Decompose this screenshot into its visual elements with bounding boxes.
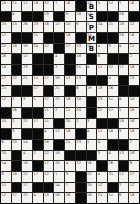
code-number: 11 bbox=[44, 119, 49, 123]
cell-r2c10 bbox=[97, 12, 107, 22]
cell-r1c1[interactable]: 25 bbox=[1, 1, 11, 11]
code-number: 3 bbox=[66, 172, 68, 176]
cell-r6c10[interactable]: 8 bbox=[97, 54, 107, 64]
cell-r17c6[interactable]: 1 bbox=[54, 172, 64, 182]
cell-r8c7[interactable]: 12 bbox=[65, 76, 75, 86]
code-number: 18 bbox=[130, 193, 135, 197]
code-number: 16 bbox=[87, 161, 92, 165]
cell-r17c10[interactable]: 4 bbox=[97, 172, 107, 182]
cell-r14c7[interactable]: 21 bbox=[65, 140, 75, 150]
given-letter: M bbox=[87, 36, 97, 43]
cell-r15c11[interactable]: 4 bbox=[108, 151, 118, 161]
cell-r6c12 bbox=[119, 54, 129, 64]
cell-r4c10 bbox=[97, 33, 107, 43]
cell-r18c1[interactable]: 11 bbox=[1, 183, 11, 193]
cell-r18c7[interactable]: 7 bbox=[65, 183, 75, 193]
cell-r15c12[interactable]: 13 bbox=[119, 151, 129, 161]
code-number: 19 bbox=[55, 76, 60, 80]
code-number: 17 bbox=[2, 33, 7, 37]
cell-r14c6 bbox=[54, 140, 64, 150]
cell-r4c6 bbox=[54, 33, 64, 43]
cell-r12c8[interactable]: 2 bbox=[76, 119, 86, 129]
cell-r12c9[interactable]: 3 bbox=[87, 119, 97, 129]
cell-r19c12[interactable]: 6 bbox=[119, 193, 129, 203]
cell-r19c5[interactable]: 13 bbox=[44, 193, 54, 203]
cell-r16c8[interactable]: 22 bbox=[76, 161, 86, 171]
cell-r19c2[interactable]: 17 bbox=[12, 193, 22, 203]
cell-r13c1 bbox=[1, 129, 11, 139]
cell-r13c10[interactable]: 11 bbox=[97, 129, 107, 139]
code-number: 12 bbox=[55, 22, 60, 26]
cell-r13c11[interactable]: 18 bbox=[108, 129, 118, 139]
cell-r18c12[interactable]: 2 bbox=[119, 183, 129, 193]
cell-r12c13[interactable]: 16 bbox=[129, 119, 139, 129]
cell-r2c1 bbox=[1, 12, 11, 22]
cell-r7c1[interactable]: 10 bbox=[1, 65, 11, 75]
cell-r18c13[interactable]: 12 bbox=[129, 183, 139, 193]
code-number: 17 bbox=[34, 172, 39, 176]
cell-r1c5[interactable]: 22 bbox=[44, 1, 54, 11]
cell-r4c1[interactable]: 17 bbox=[1, 33, 11, 43]
code-number: 26 bbox=[108, 161, 113, 165]
code-number: 4 bbox=[12, 12, 14, 16]
cell-r3c4[interactable]: 23 bbox=[33, 22, 43, 32]
code-number: 26 bbox=[12, 108, 17, 112]
code-number: 1 bbox=[87, 140, 89, 144]
cell-r14c5[interactable]: 18 bbox=[44, 140, 54, 150]
cell-r11c8[interactable]: 20 bbox=[76, 108, 86, 118]
cell-r1c7[interactable]: 16 bbox=[65, 1, 75, 11]
cell-r4c8 bbox=[76, 33, 86, 43]
cell-r9c11[interactable]: 26 bbox=[108, 86, 118, 96]
cell-r1c6[interactable]: 7 bbox=[54, 1, 64, 11]
cell-r8c1[interactable]: 17 bbox=[1, 76, 11, 86]
cell-r9c6[interactable]: 21 bbox=[54, 86, 64, 96]
code-number: 12 bbox=[130, 183, 135, 187]
cell-r8c11[interactable]: 4 bbox=[108, 76, 118, 86]
cell-r11c1 bbox=[1, 108, 11, 118]
code-number: 17 bbox=[108, 108, 113, 112]
cell-r15c1[interactable]: 20 bbox=[1, 151, 11, 161]
code-number: 17 bbox=[44, 161, 49, 165]
cell-r16c3[interactable]: 18 bbox=[22, 161, 32, 171]
code-number: 18 bbox=[76, 54, 81, 58]
code-number: 2 bbox=[119, 183, 121, 187]
cell-r4c4[interactable]: 21 bbox=[33, 33, 43, 43]
cell-r5c1[interactable]: 22 bbox=[1, 44, 11, 54]
cell-r14c3[interactable]: 14 bbox=[22, 140, 32, 150]
cell-r5c8[interactable]: 13 bbox=[76, 44, 86, 54]
code-number: 11 bbox=[130, 44, 135, 48]
cell-r12c12[interactable]: 18 bbox=[119, 119, 129, 129]
cell-r16c12 bbox=[119, 161, 129, 171]
code-number: 1 bbox=[34, 97, 36, 101]
given-letter: S bbox=[87, 14, 97, 21]
cell-r19c6[interactable]: 18 bbox=[54, 193, 64, 203]
cell-r17c4[interactable]: 17 bbox=[33, 172, 43, 182]
cell-r1c4[interactable]: 18 bbox=[33, 1, 43, 11]
code-number: 21 bbox=[108, 22, 113, 26]
cell-r15c13[interactable]: 18 bbox=[129, 151, 139, 161]
cell-r11c11[interactable]: 17 bbox=[108, 108, 118, 118]
code-number: 18 bbox=[119, 22, 124, 26]
cell-r5c2[interactable]: 18 bbox=[12, 44, 22, 54]
cell-r18c9[interactable]: 20 bbox=[87, 183, 97, 193]
cell-r1c9[interactable]: 10B bbox=[87, 1, 97, 11]
code-number: 13 bbox=[76, 76, 81, 80]
cell-r3c3[interactable]: 26 bbox=[22, 22, 32, 32]
code-number: 4 bbox=[44, 129, 46, 133]
cell-r5c11[interactable]: 3 bbox=[108, 44, 118, 54]
cell-r10c11[interactable]: 11 bbox=[108, 97, 118, 107]
cell-r11c13[interactable]: 18 bbox=[129, 108, 139, 118]
cell-r5c9[interactable]: 10B bbox=[87, 44, 97, 54]
cell-r10c10[interactable]: 23 bbox=[97, 97, 107, 107]
cell-r8c5[interactable]: 17 bbox=[44, 76, 54, 86]
code-number: 21 bbox=[55, 86, 60, 90]
cell-r13c13[interactable]: 18 bbox=[129, 129, 139, 139]
cell-r13c9[interactable]: 4 bbox=[87, 129, 97, 139]
cell-r13c3 bbox=[22, 129, 32, 139]
cell-r17c9[interactable]: 22 bbox=[87, 172, 97, 182]
cell-r10c4[interactable]: 1 bbox=[33, 97, 43, 107]
code-number: 18 bbox=[12, 44, 17, 48]
cell-r3c12[interactable]: 18 bbox=[119, 22, 129, 32]
cell-r19c3[interactable]: 22 bbox=[22, 193, 32, 203]
cell-r10c8[interactable]: 20 bbox=[76, 97, 86, 107]
cell-r7c13[interactable]: 18 bbox=[129, 65, 139, 75]
code-number: 4 bbox=[87, 65, 89, 69]
cell-r10c12[interactable]: 4 bbox=[119, 97, 129, 107]
cell-r7c8[interactable]: 21 bbox=[76, 65, 86, 75]
cell-r3c8[interactable]: 9 bbox=[76, 22, 86, 32]
code-number: 4 bbox=[108, 151, 110, 155]
cell-r7c9[interactable]: 4 bbox=[87, 65, 97, 75]
cell-r4c7[interactable]: 18 bbox=[65, 33, 75, 43]
cell-r13c5[interactable]: 4 bbox=[44, 129, 54, 139]
code-number: 22 bbox=[2, 44, 7, 48]
cell-r8c6[interactable]: 19 bbox=[54, 76, 64, 86]
cell-r14c2[interactable]: 20 bbox=[12, 140, 22, 150]
cell-r10c13[interactable]: 10 bbox=[129, 97, 139, 107]
cell-r14c11 bbox=[108, 140, 118, 150]
code-number: 12 bbox=[23, 54, 28, 58]
code-number: 18 bbox=[66, 97, 71, 101]
cell-r8c4[interactable]: 11 bbox=[33, 76, 43, 86]
code-number: 13 bbox=[119, 151, 124, 155]
cell-r4c11 bbox=[108, 33, 118, 43]
cell-r1c11[interactable]: 12 bbox=[108, 1, 118, 11]
cell-r1c3[interactable]: 12 bbox=[22, 1, 32, 11]
code-number: 4 bbox=[98, 172, 100, 176]
code-number: 9 bbox=[66, 12, 68, 16]
code-number: 23 bbox=[44, 12, 49, 16]
cell-r13c6[interactable]: 12 bbox=[54, 129, 64, 139]
cell-r13c12[interactable]: 3 bbox=[119, 129, 129, 139]
cell-r2c7[interactable]: 9 bbox=[65, 12, 75, 22]
code-number: 21 bbox=[66, 140, 71, 144]
code-number: 4 bbox=[55, 54, 57, 58]
code-number: 15 bbox=[2, 119, 7, 123]
cell-r6c6[interactable]: 4 bbox=[54, 54, 64, 64]
cell-r19c1[interactable]: 12 bbox=[1, 193, 11, 203]
cell-r3c10[interactable]: 24 bbox=[97, 22, 107, 32]
code-number: 18 bbox=[44, 140, 49, 144]
code-number: 4 bbox=[66, 161, 68, 165]
cell-r14c9[interactable]: 1 bbox=[87, 140, 97, 150]
code-number: 3 bbox=[98, 151, 100, 155]
cell-r16c1[interactable]: 14 bbox=[1, 161, 11, 171]
cell-r4c12[interactable]: 26 bbox=[119, 33, 129, 43]
cell-r3c7[interactable]: 10 bbox=[65, 22, 75, 32]
cell-r17c3[interactable]: 22 bbox=[22, 172, 32, 182]
cell-r13c8 bbox=[76, 129, 86, 139]
code-number: 26 bbox=[66, 193, 71, 197]
cell-r2c2[interactable]: 4 bbox=[12, 12, 22, 22]
code-number: 17 bbox=[12, 193, 17, 197]
code-number: 2 bbox=[55, 108, 57, 112]
cell-r16c9[interactable]: 16 bbox=[87, 161, 97, 171]
cell-r5c4[interactable]: 24 bbox=[33, 44, 43, 54]
code-number: 19 bbox=[87, 86, 92, 90]
code-number: 11 bbox=[34, 76, 39, 80]
code-number: 6 bbox=[2, 140, 4, 144]
code-number: 16 bbox=[44, 22, 49, 26]
cell-r7c12[interactable]: 17 bbox=[119, 65, 129, 75]
cell-r11c7[interactable]: 11 bbox=[65, 108, 75, 118]
cell-r9c10[interactable]: 18 bbox=[97, 86, 107, 96]
code-number: 11 bbox=[2, 183, 7, 187]
cell-r3c9[interactable]: 1P bbox=[87, 22, 97, 32]
code-number: 3 bbox=[108, 44, 110, 48]
code-number: 12 bbox=[130, 22, 135, 26]
cell-r3c5[interactable]: 16 bbox=[44, 22, 54, 32]
code-number: 4 bbox=[98, 44, 100, 48]
cell-r14c8[interactable]: 23 bbox=[76, 140, 86, 150]
cell-r8c13[interactable]: 23 bbox=[129, 76, 139, 86]
cell-r9c1[interactable]: 21 bbox=[1, 86, 11, 96]
cell-r3c6[interactable]: 12 bbox=[54, 22, 64, 32]
cell-r3c1[interactable]: 25 bbox=[1, 22, 11, 32]
cell-r17c1[interactable]: 8 bbox=[1, 172, 11, 182]
code-number: 12 bbox=[44, 44, 49, 48]
code-number: 18 bbox=[66, 129, 71, 133]
cell-r12c4[interactable]: 17 bbox=[33, 119, 43, 129]
cell-r9c9[interactable]: 19 bbox=[87, 86, 97, 96]
code-number: 11 bbox=[66, 108, 71, 112]
cell-r16c11[interactable]: 26 bbox=[108, 161, 118, 171]
cell-r5c7[interactable]: 17 bbox=[65, 44, 75, 54]
cell-r12c1[interactable]: 15 bbox=[1, 119, 11, 129]
cell-r1c13[interactable]: 16 bbox=[129, 1, 139, 11]
cell-r11c5[interactable]: 21 bbox=[44, 108, 54, 118]
cell-r16c7[interactable]: 4 bbox=[65, 161, 75, 171]
code-number: 18 bbox=[130, 65, 135, 69]
cell-r11c12[interactable]: 1 bbox=[119, 108, 129, 118]
code-number: 12 bbox=[44, 172, 49, 176]
code-number: 22 bbox=[76, 161, 81, 165]
cell-r9c4[interactable]: 17 bbox=[33, 86, 43, 96]
cell-r18c3[interactable]: 17 bbox=[22, 183, 32, 193]
cell-r19c13[interactable]: 18 bbox=[129, 193, 139, 203]
cell-r1c10[interactable]: 5 bbox=[97, 1, 107, 11]
cell-r15c2 bbox=[12, 151, 22, 161]
cell-r2c5[interactable]: 23 bbox=[44, 12, 54, 22]
cell-r8c9 bbox=[87, 76, 97, 86]
cell-r19c10[interactable]: 21 bbox=[97, 193, 107, 203]
cell-r15c10[interactable]: 3 bbox=[97, 151, 107, 161]
cell-r5c13[interactable]: 11 bbox=[129, 44, 139, 54]
code-number: 16 bbox=[130, 119, 135, 123]
cell-r19c11[interactable]: 11 bbox=[108, 193, 118, 203]
cell-r2c8[interactable]: 18 bbox=[76, 12, 86, 22]
cell-r7c6[interactable]: 2 bbox=[54, 65, 64, 75]
cell-r10c7[interactable]: 18 bbox=[65, 97, 75, 107]
code-number: 26 bbox=[2, 54, 7, 58]
cell-r2c12[interactable]: 26 bbox=[119, 12, 129, 22]
code-number: 11 bbox=[108, 97, 113, 101]
cell-r12c3[interactable]: 22 bbox=[22, 119, 32, 129]
code-number: 26 bbox=[119, 33, 124, 37]
code-number: 22 bbox=[44, 151, 49, 155]
code-number: 15 bbox=[12, 22, 17, 26]
cell-r14c10[interactable]: 4 bbox=[97, 140, 107, 150]
cell-r1c12[interactable]: 7 bbox=[119, 1, 129, 11]
cell-r1c2[interactable]: 21 bbox=[12, 1, 22, 11]
cell-r4c13[interactable]: 16 bbox=[129, 33, 139, 43]
cell-r7c7 bbox=[65, 65, 75, 75]
code-number: 8 bbox=[98, 54, 100, 58]
code-number: 12 bbox=[108, 1, 113, 5]
cell-r5c10[interactable]: 4 bbox=[97, 44, 107, 54]
code-number: 2 bbox=[76, 119, 78, 123]
cell-r15c9 bbox=[87, 151, 97, 161]
cell-r16c13[interactable]: 8 bbox=[129, 161, 139, 171]
cell-r9c13 bbox=[129, 86, 139, 96]
cell-r17c12[interactable]: 12 bbox=[119, 172, 129, 182]
cell-r13c7[interactable]: 18 bbox=[65, 129, 75, 139]
cell-r6c8[interactable]: 18 bbox=[76, 54, 86, 64]
cell-r7c11[interactable]: 22 bbox=[108, 65, 118, 75]
code-number: 9 bbox=[76, 22, 78, 26]
cell-r19c7[interactable]: 26 bbox=[65, 193, 75, 203]
cell-r10c2[interactable]: 2 bbox=[12, 97, 22, 107]
code-number: 2 bbox=[130, 140, 132, 144]
code-number: 4 bbox=[119, 97, 121, 101]
cell-r16c6[interactable]: 20 bbox=[54, 161, 64, 171]
cell-r4c9[interactable]: 24M bbox=[87, 33, 97, 43]
code-number: 7 bbox=[119, 1, 121, 5]
code-number: 2 bbox=[12, 119, 14, 123]
cell-r17c2[interactable]: 18 bbox=[12, 172, 22, 182]
cell-r17c7[interactable]: 3 bbox=[65, 172, 75, 182]
cell-r11c3 bbox=[22, 108, 32, 118]
code-number: 14 bbox=[2, 161, 7, 165]
cell-r9c3 bbox=[22, 86, 32, 96]
cell-r5c12[interactable]: 4 bbox=[119, 44, 129, 54]
cell-r6c1[interactable]: 26 bbox=[1, 54, 11, 64]
code-number: 4 bbox=[23, 151, 25, 155]
cell-r15c3[interactable]: 4 bbox=[22, 151, 32, 161]
code-number: 26 bbox=[108, 86, 113, 90]
cell-r11c2[interactable]: 26 bbox=[12, 108, 22, 118]
code-number: 4 bbox=[34, 193, 36, 197]
cell-r8c3[interactable]: 21 bbox=[22, 76, 32, 86]
cell-r3c2[interactable]: 15 bbox=[12, 22, 22, 32]
code-number: 18 bbox=[87, 193, 92, 197]
cell-r1c8 bbox=[76, 1, 86, 11]
cell-r3c11[interactable]: 21 bbox=[108, 22, 118, 32]
cell-r10c5[interactable]: 17 bbox=[44, 97, 54, 107]
cell-r12c5[interactable]: 11 bbox=[44, 119, 54, 129]
code-number: 18 bbox=[130, 108, 135, 112]
cell-r10c9 bbox=[87, 97, 97, 107]
code-number: 12 bbox=[23, 1, 28, 5]
cell-r9c2 bbox=[12, 86, 22, 96]
cell-r14c1[interactable]: 6 bbox=[1, 140, 11, 150]
cell-r15c4[interactable]: 2 bbox=[33, 151, 43, 161]
cell-r13c2[interactable]: 3 bbox=[12, 129, 22, 139]
cell-r5c5[interactable]: 12 bbox=[44, 44, 54, 54]
code-number: 6 bbox=[76, 86, 78, 90]
cell-r2c9[interactable]: 11S bbox=[87, 12, 97, 22]
code-number: 17 bbox=[34, 86, 39, 90]
cell-r8c8[interactable]: 13 bbox=[76, 76, 86, 86]
cell-r10c1[interactable]: 12 bbox=[1, 97, 11, 107]
cell-r17c8 bbox=[76, 172, 86, 182]
cell-r11c6[interactable]: 2 bbox=[54, 108, 64, 118]
code-number: 2 bbox=[34, 151, 36, 155]
code-number: 21 bbox=[44, 108, 49, 112]
code-number: 21 bbox=[12, 1, 17, 5]
cell-r15c5[interactable]: 22 bbox=[44, 151, 54, 161]
code-number: 17 bbox=[119, 65, 124, 69]
cell-r6c3[interactable]: 12 bbox=[22, 54, 32, 64]
cell-r17c5[interactable]: 12 bbox=[44, 172, 54, 182]
code-number: 11 bbox=[108, 193, 113, 197]
cell-r10c3[interactable]: 3 bbox=[22, 97, 32, 107]
cell-r18c6[interactable]: 14 bbox=[54, 183, 64, 193]
cell-r12c7[interactable]: 20 bbox=[65, 119, 75, 129]
cell-r7c10[interactable]: 11 bbox=[97, 65, 107, 75]
cell-r19c4[interactable]: 4 bbox=[33, 193, 43, 203]
cell-r14c13[interactable]: 2 bbox=[129, 140, 139, 150]
code-number: 12 bbox=[2, 193, 7, 197]
cell-r6c13[interactable]: 2 bbox=[129, 54, 139, 64]
code-number: 14 bbox=[55, 183, 60, 187]
code-number: 2 bbox=[130, 54, 132, 58]
cell-r6c11 bbox=[108, 54, 118, 64]
cell-r8c2[interactable]: 22 bbox=[12, 76, 22, 86]
cell-r18c10[interactable]: 12 bbox=[97, 183, 107, 193]
cell-r15c6[interactable]: 18 bbox=[54, 151, 64, 161]
cell-r5c3[interactable]: 19 bbox=[22, 44, 32, 54]
cell-r3c13[interactable]: 12 bbox=[129, 22, 139, 32]
cell-r9c8[interactable]: 6 bbox=[76, 86, 86, 96]
code-number: 20 bbox=[12, 140, 17, 144]
cell-r7c3[interactable]: 23 bbox=[22, 65, 32, 75]
cell-r19c9[interactable]: 18 bbox=[87, 193, 97, 203]
code-number: 21 bbox=[2, 86, 7, 90]
code-number: 18 bbox=[66, 33, 71, 37]
cell-r17c13[interactable]: 17 bbox=[129, 172, 139, 182]
cell-r17c11[interactable]: 21 bbox=[108, 172, 118, 182]
cell-r16c5[interactable]: 17 bbox=[44, 161, 54, 171]
cell-r10c6[interactable]: 22 bbox=[54, 97, 64, 107]
cell-r12c2[interactable]: 2 bbox=[12, 119, 22, 129]
cell-r11c10[interactable]: 22 bbox=[97, 108, 107, 118]
code-number: 23 bbox=[34, 22, 39, 26]
